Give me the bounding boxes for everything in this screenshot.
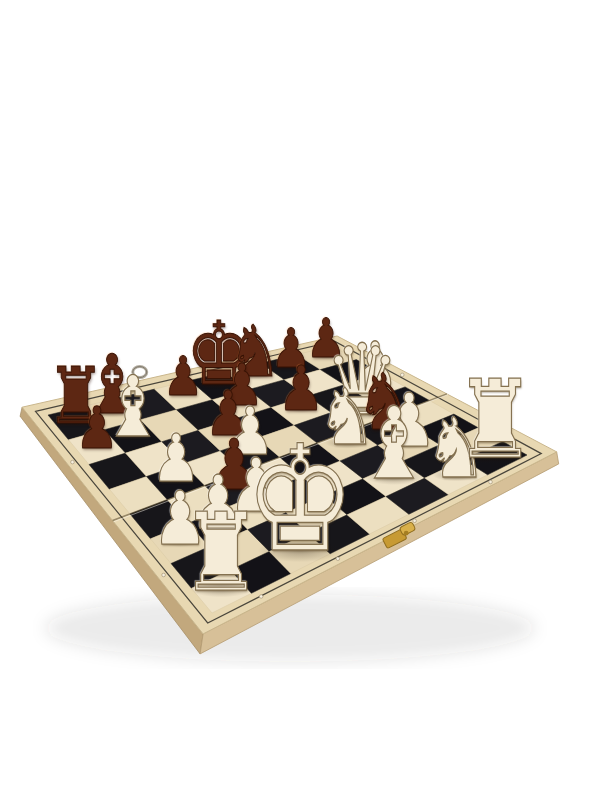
border-screw [162, 573, 166, 577]
piece-white-rook-h1[interactable]: ♜ [455, 366, 536, 474]
border-screw [413, 519, 417, 523]
piece-white-king-c1[interactable]: ♚ [244, 427, 355, 574]
product-photo-chess-set: ♜♝♟♚♞♟♟♟♝♟♟♟♟♟♟♛♟♞♞♟♟♟♟♝♜♚♞♜ [0, 0, 600, 800]
piece-white-bishop-f2[interactable]: ♝ [356, 394, 431, 494]
border-screw [71, 460, 75, 464]
